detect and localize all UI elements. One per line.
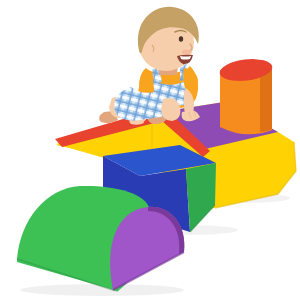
toddler [99,7,200,125]
toddler-teeth [180,56,191,60]
toddler-eye [179,36,183,42]
foam-cylinder [218,56,273,134]
foam-climber-scene [0,0,300,300]
cylinder-body-shade [260,68,272,132]
toddler-cheek-blush [182,50,190,55]
block-green-end [186,163,216,232]
product-photo [0,0,300,300]
